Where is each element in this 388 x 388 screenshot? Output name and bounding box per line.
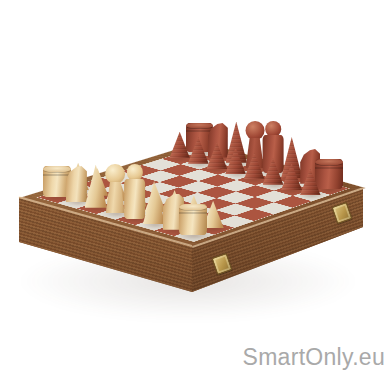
- piece-white-rook: [179, 204, 208, 235]
- cone-shape-icon: [207, 142, 228, 169]
- product-photo-canvas: SmartOnly.eu: [0, 0, 388, 388]
- watermark: SmartOnly.eu: [243, 344, 386, 371]
- cone-shape-icon: [300, 169, 321, 196]
- rook-lid-icon: [315, 159, 343, 165]
- cylinder-shape-icon: [179, 204, 208, 235]
- piece-black-pawn: [207, 142, 228, 169]
- piece-black-pawn: [300, 169, 321, 196]
- rook-lid-icon: [179, 204, 208, 210]
